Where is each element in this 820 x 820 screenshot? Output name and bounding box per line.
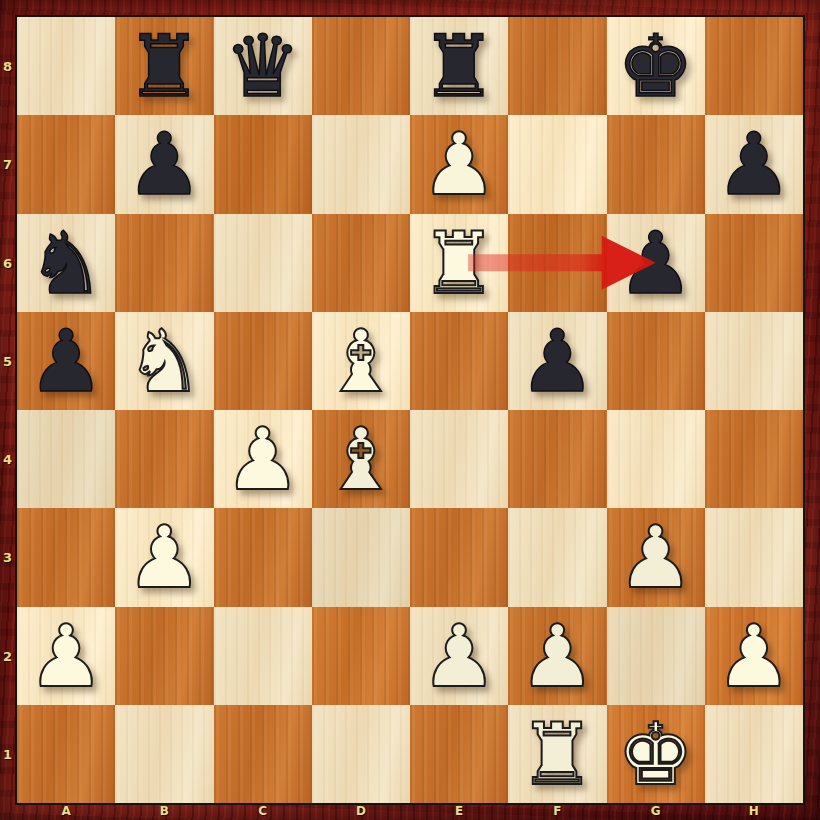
square-f3[interactable]	[508, 508, 606, 606]
piece-black-knight-a6[interactable]: ♞	[17, 214, 115, 312]
piece-white-pawn-c4[interactable]: ♟	[214, 410, 312, 508]
file-label-G: G	[636, 804, 676, 820]
rank-label-5: 5	[0, 353, 15, 368]
square-g1[interactable]: ♚	[607, 705, 705, 803]
square-d1[interactable]	[312, 705, 410, 803]
square-g8[interactable]: ♚	[607, 17, 705, 115]
piece-black-rook-b8[interactable]: ♜	[115, 17, 213, 115]
piece-white-king-g1[interactable]: ♚	[607, 705, 705, 803]
square-c5[interactable]	[214, 312, 312, 410]
piece-white-bishop-d5[interactable]: ♝	[312, 312, 410, 410]
square-e7[interactable]: ♟	[410, 115, 508, 213]
square-a4[interactable]	[17, 410, 115, 508]
square-e4[interactable]	[410, 410, 508, 508]
square-c3[interactable]	[214, 508, 312, 606]
square-h7[interactable]: ♟	[705, 115, 803, 213]
file-label-F: F	[537, 804, 577, 820]
square-e3[interactable]	[410, 508, 508, 606]
square-a1[interactable]	[17, 705, 115, 803]
square-e1[interactable]	[410, 705, 508, 803]
file-label-C: C	[243, 804, 283, 820]
square-b1[interactable]	[115, 705, 213, 803]
square-h8[interactable]	[705, 17, 803, 115]
square-c7[interactable]	[214, 115, 312, 213]
rank-label-7: 7	[0, 157, 15, 172]
square-h6[interactable]	[705, 214, 803, 312]
piece-black-pawn-b7[interactable]: ♟	[115, 115, 213, 213]
square-d6[interactable]	[312, 214, 410, 312]
square-d8[interactable]	[312, 17, 410, 115]
piece-white-pawn-e7[interactable]: ♟	[410, 115, 508, 213]
square-d5[interactable]: ♝	[312, 312, 410, 410]
square-g5[interactable]	[607, 312, 705, 410]
square-d7[interactable]	[312, 115, 410, 213]
square-h1[interactable]	[705, 705, 803, 803]
square-a7[interactable]	[17, 115, 115, 213]
square-b5[interactable]: ♞	[115, 312, 213, 410]
rank-label-3: 3	[0, 550, 15, 565]
piece-white-pawn-b3[interactable]: ♟	[115, 508, 213, 606]
square-f1[interactable]: ♜	[508, 705, 606, 803]
square-g7[interactable]	[607, 115, 705, 213]
piece-white-pawn-a2[interactable]: ♟	[17, 607, 115, 705]
square-h3[interactable]	[705, 508, 803, 606]
rank-label-4: 4	[0, 452, 15, 467]
piece-white-knight-b5[interactable]: ♞	[115, 312, 213, 410]
piece-white-pawn-g3[interactable]: ♟	[607, 508, 705, 606]
piece-white-rook-e6[interactable]: ♜	[410, 214, 508, 312]
piece-white-pawn-e2[interactable]: ♟	[410, 607, 508, 705]
piece-white-pawn-h2[interactable]: ♟	[705, 607, 803, 705]
square-e2[interactable]: ♟	[410, 607, 508, 705]
square-a5[interactable]: ♟	[17, 312, 115, 410]
square-d4[interactable]: ♝	[312, 410, 410, 508]
chessboard-window: ♜♛♜♚♟♟♟♞♜♟♟♞♝♟♟♝♟♟♟♟♟♟♜♚ 87654321ABCDEFG…	[0, 0, 820, 820]
piece-black-queen-c8[interactable]: ♛	[214, 17, 312, 115]
square-f8[interactable]	[508, 17, 606, 115]
file-label-A: A	[46, 804, 86, 820]
file-label-B: B	[144, 804, 184, 820]
chess-board: ♜♛♜♚♟♟♟♞♜♟♟♞♝♟♟♝♟♟♟♟♟♟♜♚	[15, 15, 805, 805]
square-b6[interactable]	[115, 214, 213, 312]
square-b3[interactable]: ♟	[115, 508, 213, 606]
square-a2[interactable]: ♟	[17, 607, 115, 705]
square-a8[interactable]	[17, 17, 115, 115]
square-b2[interactable]	[115, 607, 213, 705]
piece-black-pawn-g6[interactable]: ♟	[607, 214, 705, 312]
square-c1[interactable]	[214, 705, 312, 803]
piece-black-pawn-a5[interactable]: ♟	[17, 312, 115, 410]
square-f5[interactable]: ♟	[508, 312, 606, 410]
file-label-H: H	[734, 804, 774, 820]
rank-label-6: 6	[0, 255, 15, 270]
square-f4[interactable]	[508, 410, 606, 508]
square-e6[interactable]: ♜	[410, 214, 508, 312]
square-c4[interactable]: ♟	[214, 410, 312, 508]
square-h5[interactable]	[705, 312, 803, 410]
square-e5[interactable]	[410, 312, 508, 410]
square-c2[interactable]	[214, 607, 312, 705]
square-f2[interactable]: ♟	[508, 607, 606, 705]
piece-white-rook-f1[interactable]: ♜	[508, 705, 606, 803]
square-h2[interactable]: ♟	[705, 607, 803, 705]
piece-black-king-g8[interactable]: ♚	[607, 17, 705, 115]
piece-white-pawn-f2[interactable]: ♟	[508, 607, 606, 705]
square-g4[interactable]	[607, 410, 705, 508]
rank-label-2: 2	[0, 648, 15, 663]
rank-label-8: 8	[0, 59, 15, 74]
piece-black-pawn-f5[interactable]: ♟	[508, 312, 606, 410]
piece-white-bishop-d4[interactable]: ♝	[312, 410, 410, 508]
square-d3[interactable]	[312, 508, 410, 606]
square-a6[interactable]: ♞	[17, 214, 115, 312]
square-c8[interactable]: ♛	[214, 17, 312, 115]
file-label-E: E	[439, 804, 479, 820]
square-e8[interactable]: ♜	[410, 17, 508, 115]
square-f7[interactable]	[508, 115, 606, 213]
square-g6[interactable]: ♟	[607, 214, 705, 312]
square-g2[interactable]	[607, 607, 705, 705]
square-d2[interactable]	[312, 607, 410, 705]
square-b4[interactable]	[115, 410, 213, 508]
square-h4[interactable]	[705, 410, 803, 508]
rank-label-1: 1	[0, 746, 15, 761]
square-a3[interactable]	[17, 508, 115, 606]
piece-black-rook-e8[interactable]: ♜	[410, 17, 508, 115]
square-b8[interactable]: ♜	[115, 17, 213, 115]
square-c6[interactable]	[214, 214, 312, 312]
square-b7[interactable]: ♟	[115, 115, 213, 213]
file-label-D: D	[341, 804, 381, 820]
square-g3[interactable]: ♟	[607, 508, 705, 606]
piece-black-pawn-h7[interactable]: ♟	[705, 115, 803, 213]
square-f6[interactable]	[508, 214, 606, 312]
